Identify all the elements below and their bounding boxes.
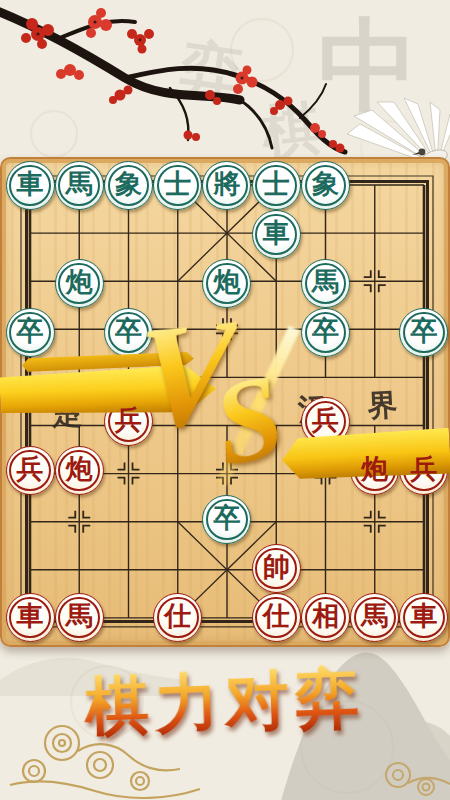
board-cell-r1c3 [153, 210, 202, 259]
red-soldier[interactable]: 兵 [6, 446, 55, 495]
top-decor: 中 弈 棋 [0, 0, 450, 170]
xiangqi-board[interactable]: 楚 河 汉 界 車馬象士將士象車炮炮馬卒卒卒卒兵兵兵炮炮兵卒帥車馬仕仕相馬車 [0, 157, 450, 647]
board-cell-r0c5[interactable]: 士 [252, 161, 301, 210]
board-cell-r7c7 [350, 495, 399, 544]
board-cell-r2c1[interactable]: 炮 [55, 259, 104, 308]
board-cell-r2c3 [153, 259, 202, 308]
board-cell-r3c6[interactable]: 卒 [301, 308, 350, 357]
board-cell-r1c1 [55, 210, 104, 259]
board-cell-r6c4 [202, 446, 251, 495]
board-cell-r9c8[interactable]: 車 [399, 593, 448, 642]
black-soldier[interactable]: 卒 [6, 308, 55, 357]
red-cannon[interactable]: 炮 [350, 446, 399, 495]
board-cell-r2c6[interactable]: 馬 [301, 259, 350, 308]
piece-glyph: 車 [410, 603, 437, 630]
board-cell-r8c0 [5, 544, 54, 593]
board-cell-r6c2 [104, 446, 153, 495]
piece-glyph: 兵 [312, 407, 339, 434]
board-cell-r3c0[interactable]: 卒 [5, 308, 54, 357]
board-cell-r9c4 [202, 593, 251, 642]
board-cell-r4c0 [5, 357, 54, 397]
board-cell-r0c6[interactable]: 象 [301, 161, 350, 210]
board-cell-r7c4[interactable]: 卒 [202, 495, 251, 544]
red-chariot[interactable]: 車 [6, 593, 55, 642]
board-cell-r3c7 [350, 308, 399, 357]
red-cannon[interactable]: 炮 [55, 446, 104, 495]
board-cell-r4c6 [301, 357, 350, 397]
black-elephant[interactable]: 象 [301, 161, 350, 210]
board-cell-r3c3 [153, 308, 202, 357]
board-cell-r7c0 [5, 495, 54, 544]
piece-glyph: 車 [263, 220, 290, 247]
board-cell-r4c2 [104, 357, 153, 397]
board-cell-r7c8 [399, 495, 448, 544]
board-cell-r5c8 [399, 397, 448, 446]
board-cell-r5c3 [153, 397, 202, 446]
red-general[interactable]: 帥 [252, 544, 301, 593]
piece-glyph: 車 [17, 171, 44, 198]
board-cell-r8c6 [301, 544, 350, 593]
black-soldier[interactable]: 卒 [301, 308, 350, 357]
piece-glyph: 炮 [66, 269, 93, 296]
piece-glyph: 馬 [312, 269, 339, 296]
piece-glyph: 帥 [263, 554, 290, 581]
board-cell-r4c8 [399, 357, 448, 397]
black-horse[interactable]: 馬 [301, 259, 350, 308]
piece-glyph: 卒 [17, 318, 44, 345]
board-cell-r9c0[interactable]: 車 [5, 593, 54, 642]
red-soldier[interactable]: 兵 [301, 397, 350, 446]
board-cell-r0c2[interactable]: 象 [104, 161, 153, 210]
board-cell-r8c8 [399, 544, 448, 593]
board-cell-r6c8[interactable]: 兵 [399, 446, 448, 495]
piece-glyph: 馬 [66, 603, 93, 630]
board-cell-r7c1 [55, 495, 104, 544]
board-cell-r0c3[interactable]: 士 [153, 161, 202, 210]
piece-glyph: 士 [164, 171, 191, 198]
board-cell-r8c2 [104, 544, 153, 593]
board-cell-r6c5 [252, 446, 301, 495]
piece-glyph: 馬 [361, 603, 388, 630]
piece-glyph: 兵 [115, 407, 142, 434]
plum-blossoms [21, 8, 345, 153]
board-cell-r2c0 [5, 259, 54, 308]
red-horse[interactable]: 馬 [350, 593, 399, 642]
board-cell-r1c6 [301, 210, 350, 259]
piece-glyph: 相 [312, 603, 339, 630]
board-cell-r9c1[interactable]: 馬 [55, 593, 104, 642]
board-cell-r1c7 [350, 210, 399, 259]
board-cell-r7c5 [252, 495, 301, 544]
board-cell-r6c7[interactable]: 炮 [350, 446, 399, 495]
cloud-ornament [368, 745, 450, 800]
board-cell-r6c0[interactable]: 兵 [5, 446, 54, 495]
piece-glyph: 將 [213, 171, 240, 198]
board-cell-r0c7 [350, 161, 399, 210]
piece-glyph: 車 [17, 603, 44, 630]
board-cell-r9c6[interactable]: 相 [301, 593, 350, 642]
board-cell-r6c3 [153, 446, 202, 495]
board-cell-r0c1[interactable]: 馬 [55, 161, 104, 210]
black-cannon[interactable]: 炮 [202, 259, 251, 308]
board-cell-r2c8 [399, 259, 448, 308]
red-elephant[interactable]: 相 [301, 593, 350, 642]
board-cell-r6c6 [301, 446, 350, 495]
board-cell-r5c0 [5, 397, 54, 446]
piece-glyph: 象 [115, 171, 142, 198]
board-cell-r6c1[interactable]: 炮 [55, 446, 104, 495]
board-cell-r2c7 [350, 259, 399, 308]
piece-glyph: 炮 [66, 456, 93, 483]
piece-glyph: 卒 [410, 318, 437, 345]
board-cell-r5c1 [55, 397, 104, 446]
black-elephant[interactable]: 象 [104, 161, 153, 210]
pieces-grid: 車馬象士將士象車炮炮馬卒卒卒卒兵兵兵炮炮兵卒帥車馬仕仕相馬車 [5, 161, 448, 642]
red-advisor[interactable]: 仕 [153, 593, 202, 642]
piece-glyph: 仕 [263, 603, 290, 630]
board-cell-r2c4[interactable]: 炮 [202, 259, 251, 308]
board-cell-r1c0 [5, 210, 54, 259]
black-chariot[interactable]: 車 [6, 161, 55, 210]
board-cell-r7c3 [153, 495, 202, 544]
black-chariot[interactable]: 車 [252, 210, 301, 259]
piece-glyph: 卒 [213, 505, 240, 532]
board-cell-r4c5 [252, 357, 301, 397]
board-cell-r1c2 [104, 210, 153, 259]
board-cell-r9c2 [104, 593, 153, 642]
board-cell-r0c0[interactable]: 車 [5, 161, 54, 210]
board-cell-r9c7[interactable]: 馬 [350, 593, 399, 642]
board-cell-r5c2[interactable]: 兵 [104, 397, 153, 446]
piece-glyph: 炮 [213, 269, 240, 296]
board-cell-r4c7 [350, 357, 399, 397]
board-cell-r8c7 [350, 544, 399, 593]
board-cell-r4c4 [202, 357, 251, 397]
board-cell-r3c2[interactable]: 卒 [104, 308, 153, 357]
board-cell-r0c4[interactable]: 將 [202, 161, 251, 210]
board-cell-r8c3 [153, 544, 202, 593]
black-soldier[interactable]: 卒 [202, 495, 251, 544]
board-cell-r1c5[interactable]: 車 [252, 210, 301, 259]
board-cell-r3c8[interactable]: 卒 [399, 308, 448, 357]
black-advisor[interactable]: 士 [252, 161, 301, 210]
board-cell-r2c5 [252, 259, 301, 308]
board-cell-r5c5 [252, 397, 301, 446]
board-cell-r3c5 [252, 308, 301, 357]
board-cell-r4c1 [55, 357, 104, 397]
board-cell-r4c3 [153, 357, 202, 397]
piece-glyph: 士 [263, 171, 290, 198]
red-horse[interactable]: 馬 [55, 593, 104, 642]
board-cell-r9c3[interactable]: 仕 [153, 593, 202, 642]
board-cell-r7c6 [301, 495, 350, 544]
piece-glyph: 卒 [312, 318, 339, 345]
black-advisor[interactable]: 士 [153, 161, 202, 210]
board-cell-r5c6[interactable]: 兵 [301, 397, 350, 446]
piece-glyph: 仕 [164, 603, 191, 630]
board-cell-r3c4 [202, 308, 251, 357]
black-soldier[interactable]: 卒 [399, 308, 448, 357]
board-cell-r7c2 [104, 495, 153, 544]
board-cell-r1c8 [399, 210, 448, 259]
red-soldier[interactable]: 兵 [104, 397, 153, 446]
red-advisor[interactable]: 仕 [252, 593, 301, 642]
board-cell-r3c1 [55, 308, 104, 357]
black-general[interactable]: 將 [202, 161, 251, 210]
board-cell-r8c5[interactable]: 帥 [252, 544, 301, 593]
red-soldier[interactable]: 兵 [399, 446, 448, 495]
piece-glyph: 象 [312, 171, 339, 198]
black-cannon[interactable]: 炮 [55, 259, 104, 308]
piece-glyph: 兵 [410, 456, 437, 483]
board-cell-r0c8 [399, 161, 448, 210]
piece-glyph: 兵 [17, 456, 44, 483]
board-cell-r2c2 [104, 259, 153, 308]
board-cell-r1c4 [202, 210, 251, 259]
piece-glyph: 卒 [115, 318, 142, 345]
board-cell-r8c1 [55, 544, 104, 593]
black-soldier[interactable]: 卒 [104, 308, 153, 357]
red-chariot[interactable]: 車 [399, 593, 448, 642]
board-cell-r5c7 [350, 397, 399, 446]
board-cell-r8c4 [202, 544, 251, 593]
board-cell-r5c4 [202, 397, 251, 446]
piece-glyph: 馬 [66, 171, 93, 198]
board-cell-r9c5[interactable]: 仕 [252, 593, 301, 642]
piece-glyph: 炮 [361, 456, 388, 483]
black-horse[interactable]: 馬 [55, 161, 104, 210]
